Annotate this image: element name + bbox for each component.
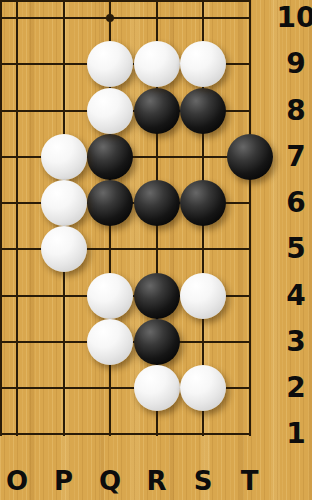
white-stone [87, 319, 133, 365]
column-label: R [137, 467, 177, 495]
black-stone [134, 88, 180, 134]
black-stone [134, 273, 180, 319]
row-label: 1 [266, 418, 312, 450]
white-stone [180, 273, 226, 319]
black-stone [87, 180, 133, 226]
white-stone [41, 226, 87, 272]
grid-line-horizontal [0, 248, 251, 250]
black-stone [134, 180, 180, 226]
white-stone [134, 41, 180, 87]
grid-line-horizontal [0, 17, 251, 19]
row-label: 8 [266, 95, 312, 127]
row-label: 6 [266, 187, 312, 219]
black-stone [134, 319, 180, 365]
column-label: O [0, 467, 37, 495]
white-stone [180, 365, 226, 411]
star-point [106, 14, 114, 22]
grid-line-vertical [16, 0, 18, 436]
white-stone [87, 88, 133, 134]
row-label: 9 [266, 48, 312, 80]
white-stone [134, 365, 180, 411]
cut-edge-line-left [0, 0, 2, 436]
column-label: S [183, 467, 223, 495]
row-label: 5 [266, 233, 312, 265]
white-stone [87, 273, 133, 319]
row-label: 10 [266, 2, 312, 34]
grid-line-horizontal [0, 433, 251, 435]
black-stone [87, 134, 133, 180]
go-board-diagram: 10987654321OPQRST [0, 0, 312, 500]
row-label: 4 [266, 280, 312, 312]
white-stone [41, 134, 87, 180]
grid-line-vertical [249, 0, 251, 436]
row-label: 3 [266, 326, 312, 358]
row-label: 7 [266, 141, 312, 173]
black-stone [180, 180, 226, 226]
column-label: T [230, 467, 270, 495]
column-label: Q [90, 467, 130, 495]
white-stone [180, 41, 226, 87]
column-label: P [44, 467, 84, 495]
black-stone [180, 88, 226, 134]
white-stone [87, 41, 133, 87]
white-stone [41, 180, 87, 226]
row-label: 2 [266, 372, 312, 404]
cut-edge-line-top [0, 0, 251, 2]
